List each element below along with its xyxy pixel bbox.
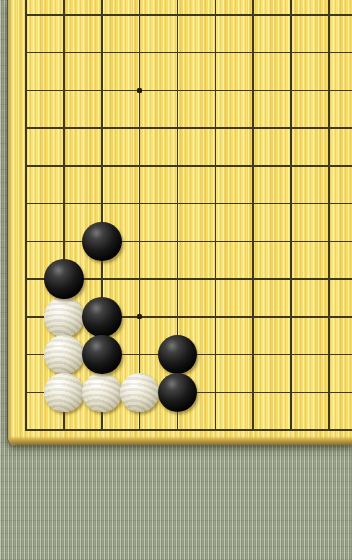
grid-line-horizontal (25, 90, 352, 92)
black-stone (44, 259, 84, 299)
grid-line-vertical (252, 0, 254, 431)
grid-line-horizontal (25, 203, 352, 205)
grid-line-horizontal (25, 429, 352, 431)
go-board[interactable] (7, 0, 352, 445)
white-stone (44, 297, 84, 337)
white-stone (120, 373, 160, 413)
white-stone (44, 335, 84, 375)
toolbar: No.1 (0, 445, 352, 515)
app-screen: No.1 (0, 0, 352, 560)
grid-line-vertical (215, 0, 217, 431)
black-stone (82, 335, 122, 375)
grid-line-horizontal (25, 241, 352, 243)
black-stone (82, 222, 122, 262)
grid-line-vertical (290, 0, 292, 431)
grid-line-vertical (139, 0, 141, 431)
star-point (137, 314, 142, 319)
star-point (137, 88, 142, 93)
black-stone (158, 373, 198, 413)
grid-line-horizontal (25, 165, 352, 167)
grid-line-vertical (25, 0, 27, 431)
black-stone (158, 335, 198, 375)
grid-line-horizontal (25, 14, 352, 16)
white-stone (44, 373, 84, 413)
grid-line-horizontal (25, 52, 352, 54)
grid-line-vertical (328, 0, 330, 431)
white-stone (82, 373, 122, 413)
black-stone (82, 297, 122, 337)
grid-line-horizontal (25, 127, 352, 129)
